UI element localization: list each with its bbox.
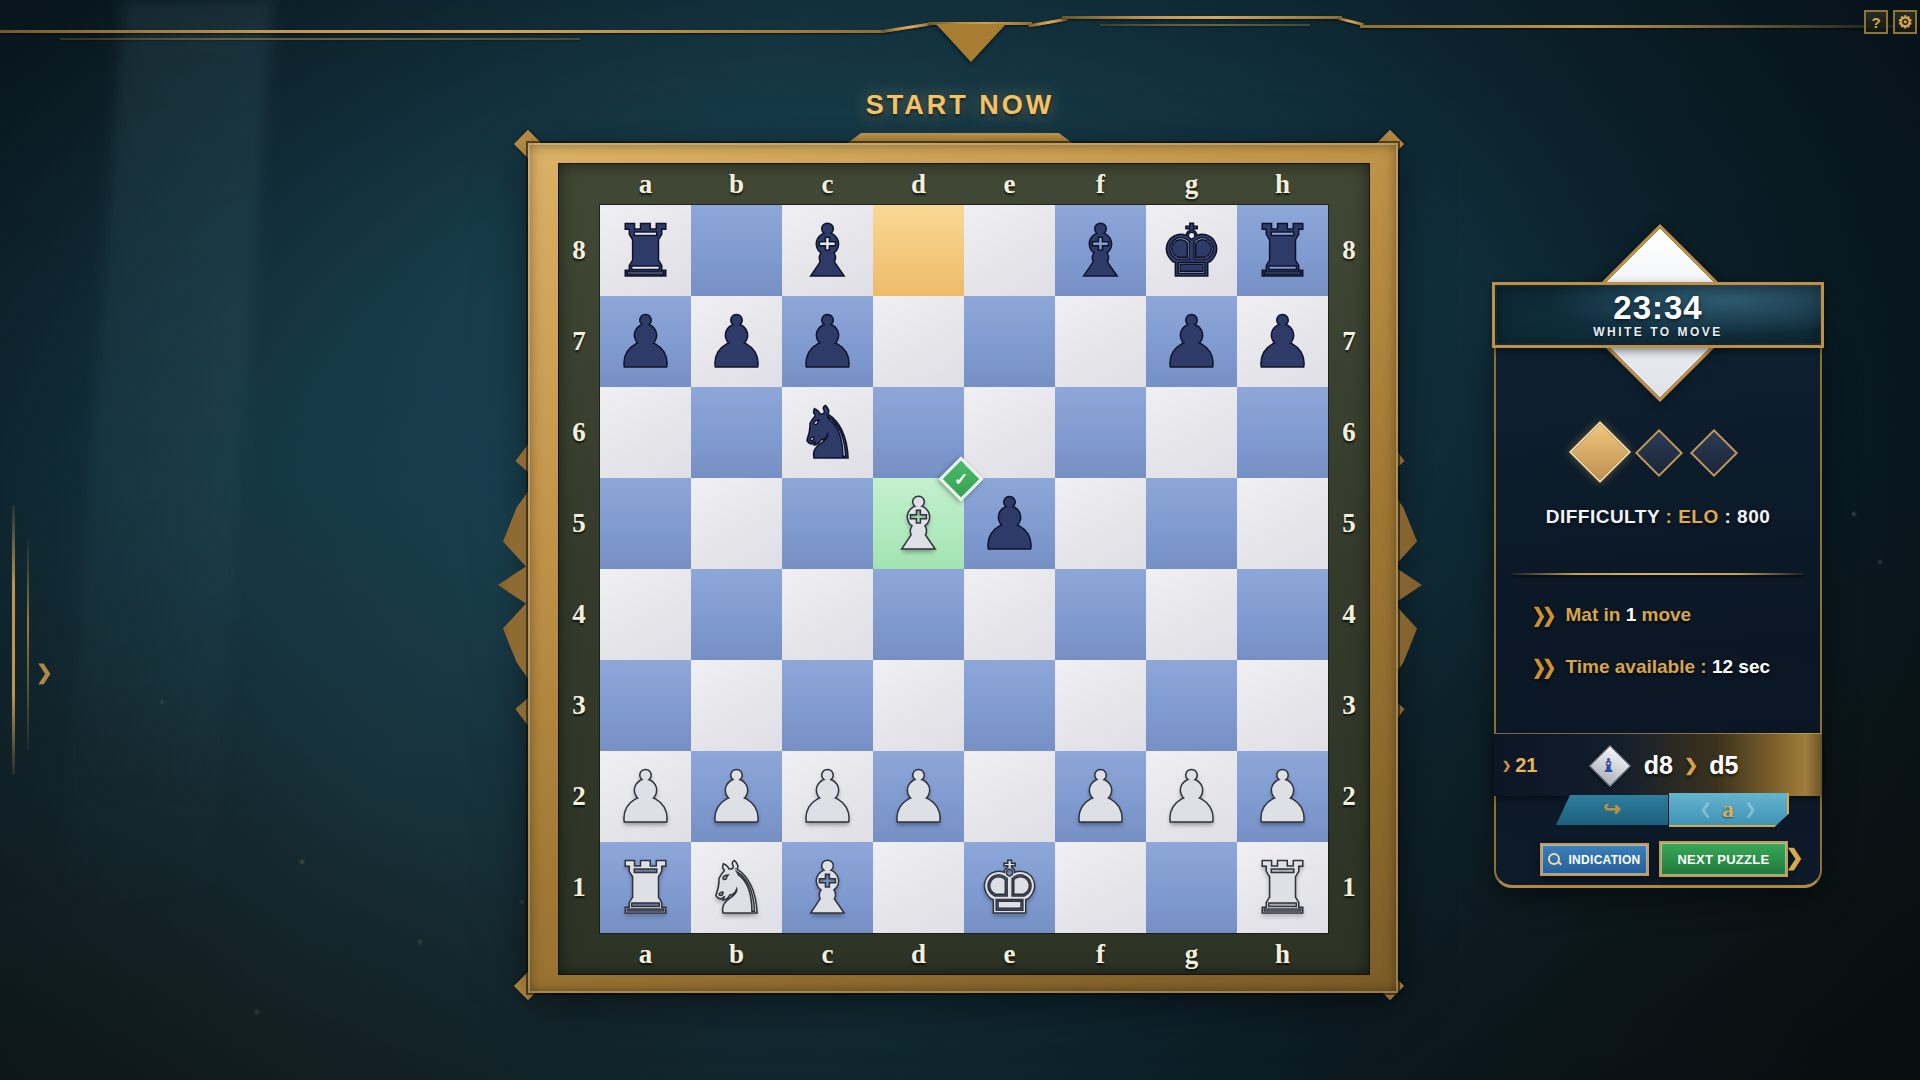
square-h3[interactable] bbox=[1237, 660, 1328, 751]
square-c8[interactable]: ♝ bbox=[782, 205, 873, 296]
square-h7[interactable]: ♟ bbox=[1237, 296, 1328, 387]
top-decor-line bbox=[1100, 24, 1310, 26]
turn-indicator: WHITE TO MOVE bbox=[1593, 325, 1723, 339]
square-d1[interactable] bbox=[873, 842, 964, 933]
black-pawn-a7[interactable]: ♟ bbox=[600, 296, 691, 387]
square-h5[interactable] bbox=[1237, 478, 1328, 569]
coord-label: a bbox=[600, 163, 691, 205]
left-decor-line bbox=[27, 540, 29, 750]
square-g4[interactable] bbox=[1146, 569, 1237, 660]
black-rook-h8[interactable]: ♜ bbox=[1237, 205, 1328, 296]
coord-label: 4 bbox=[558, 569, 600, 660]
black-pawn-g7[interactable]: ♟ bbox=[1146, 296, 1237, 387]
square-b4[interactable] bbox=[691, 569, 782, 660]
coord-label: d bbox=[873, 933, 964, 975]
square-e8[interactable] bbox=[964, 205, 1055, 296]
coord-label: c bbox=[782, 163, 873, 205]
top-decor-line bbox=[1028, 18, 1068, 28]
question-icon: ? bbox=[1871, 14, 1880, 31]
coord-label: h bbox=[1237, 163, 1328, 205]
left-decor-chevron: ❯ bbox=[36, 660, 53, 684]
elo-label: ELO bbox=[1678, 506, 1719, 527]
square-h2[interactable]: ♟ bbox=[1237, 751, 1328, 842]
puzzle-screen: ❯ START NOW ? ⚙ abcdefgh abcdefgh 876543… bbox=[0, 0, 1920, 1080]
square-b6[interactable] bbox=[691, 387, 782, 478]
next-puzzle-label: NEXT PUZZLE bbox=[1677, 852, 1769, 867]
square-f6[interactable] bbox=[1055, 387, 1146, 478]
black-bishop-c8[interactable]: ♝ bbox=[782, 205, 873, 296]
square-g5[interactable] bbox=[1146, 478, 1237, 569]
coord-label: b bbox=[691, 933, 782, 975]
coord-label: 6 bbox=[1328, 387, 1370, 478]
timer-bar: 23:34 WHITE TO MOVE bbox=[1492, 282, 1824, 348]
square-a8[interactable]: ♜ bbox=[600, 205, 691, 296]
elo-value: 800 bbox=[1737, 506, 1770, 527]
coord-label: f bbox=[1055, 163, 1146, 205]
coord-label: 8 bbox=[558, 205, 600, 296]
coord-label: 3 bbox=[558, 660, 600, 751]
square-e5[interactable]: ♟ bbox=[964, 478, 1055, 569]
top-decor-emblem bbox=[936, 24, 1006, 62]
square-c1[interactable]: ♝ bbox=[782, 842, 873, 933]
board-inner-frame: abcdefgh abcdefgh 87654321 87654321 ♜♝♝♚… bbox=[558, 163, 1370, 975]
white-rook-h1[interactable]: ♜ bbox=[1237, 842, 1328, 933]
square-a5[interactable] bbox=[600, 478, 691, 569]
coord-label: 7 bbox=[558, 296, 600, 387]
white-pawn-g2[interactable]: ♟ bbox=[1146, 751, 1237, 842]
white-pawn-d2[interactable]: ♟ bbox=[873, 751, 964, 842]
coord-label: 2 bbox=[1328, 751, 1370, 842]
file-labels-top: abcdefgh bbox=[600, 163, 1328, 205]
square-e7[interactable] bbox=[964, 296, 1055, 387]
square-d3[interactable] bbox=[873, 660, 964, 751]
coord-label: 2 bbox=[558, 751, 600, 842]
square-c6[interactable]: ♞ bbox=[782, 387, 873, 478]
coord-label: 5 bbox=[558, 478, 600, 569]
top-decor-line bbox=[1062, 16, 1342, 19]
black-knight-c6[interactable]: ♞ bbox=[782, 387, 873, 478]
coord-label: g bbox=[1146, 163, 1237, 205]
last-move: ♝ d8 ❯ d5 bbox=[1500, 746, 1828, 784]
move-to: d5 bbox=[1709, 751, 1738, 780]
chevron-right-icon: ❯ bbox=[1785, 845, 1804, 871]
square-a6[interactable] bbox=[600, 387, 691, 478]
square-b5[interactable] bbox=[691, 478, 782, 569]
rank-labels-right: 87654321 bbox=[1328, 205, 1370, 933]
square-c5[interactable] bbox=[782, 478, 873, 569]
coord-label: f bbox=[1055, 933, 1146, 975]
double-chevron-icon: ❯❯ bbox=[1532, 603, 1553, 627]
coord-label: c bbox=[782, 933, 873, 975]
coord-label: 3 bbox=[1328, 660, 1370, 751]
top-decor-line bbox=[0, 30, 885, 33]
coord-label: 4 bbox=[1328, 569, 1370, 660]
file-labels-bottom: abcdefgh bbox=[600, 933, 1328, 975]
square-a1[interactable]: ♜ bbox=[600, 842, 691, 933]
coord-label: h bbox=[1237, 933, 1328, 975]
white-pawn-b2[interactable]: ♟ bbox=[691, 751, 782, 842]
black-pawn-h7[interactable]: ♟ bbox=[1237, 296, 1328, 387]
square-a7[interactable]: ♟ bbox=[600, 296, 691, 387]
square-a4[interactable] bbox=[600, 569, 691, 660]
time-available-text: Time available : 12 sec bbox=[1566, 656, 1771, 678]
light-beam bbox=[48, 0, 274, 1080]
square-d4[interactable] bbox=[873, 569, 964, 660]
coord-label: b bbox=[691, 163, 782, 205]
piece-badge-icon: ♝ bbox=[1590, 746, 1628, 784]
board-squares: ♜♝♝♚♜♟♟♟♟♟♞♝✓♟♟♟♟♟♟♟♟♜♞♝♚♜ bbox=[600, 205, 1328, 933]
square-c7[interactable]: ♟ bbox=[782, 296, 873, 387]
square-f3[interactable] bbox=[1055, 660, 1146, 751]
coord-label: 5 bbox=[1328, 478, 1370, 569]
square-e6[interactable] bbox=[964, 387, 1055, 478]
square-f5[interactable] bbox=[1055, 478, 1146, 569]
rank-labels-left: 87654321 bbox=[558, 205, 600, 933]
square-d7[interactable] bbox=[873, 296, 964, 387]
square-c3[interactable] bbox=[782, 660, 873, 751]
move-history-bar: ❯ 21 ♝ d8 ❯ d5 bbox=[1494, 733, 1822, 796]
tab-redo[interactable]: ↪ bbox=[1556, 795, 1668, 825]
dust-particles bbox=[0, 0, 4, 4]
coord-label: 8 bbox=[1328, 205, 1370, 296]
square-g6[interactable] bbox=[1146, 387, 1237, 478]
tab-notation[interactable]: ❮ a ❯ bbox=[1669, 793, 1789, 827]
black-pawn-c7[interactable]: ♟ bbox=[782, 296, 873, 387]
next-puzzle-button[interactable]: NEXT PUZZLE ❯ bbox=[1659, 841, 1788, 877]
left-decor-line bbox=[12, 505, 15, 775]
white-pawn-c2[interactable]: ♟ bbox=[782, 751, 873, 842]
white-knight-b1[interactable]: ♞ bbox=[691, 842, 782, 933]
watermark-chevron: ❮ bbox=[1699, 800, 1712, 818]
time-available-row: ❯❯ Time available : 12 sec bbox=[1532, 656, 1770, 678]
settings-button[interactable]: ⚙ bbox=[1893, 10, 1917, 34]
coord-label: 7 bbox=[1328, 296, 1370, 387]
top-decor-line bbox=[882, 22, 934, 33]
watermark-chevron: ❯ bbox=[1744, 800, 1757, 818]
difficulty-text: DIFFICULTY : ELO : 800 bbox=[1494, 506, 1822, 528]
magnifier-icon bbox=[1548, 853, 1561, 866]
coord-label: e bbox=[964, 933, 1055, 975]
panel-divider bbox=[1512, 573, 1804, 575]
white-rook-a1[interactable]: ♜ bbox=[600, 842, 691, 933]
square-f2[interactable]: ♟ bbox=[1055, 751, 1146, 842]
square-b1[interactable]: ♞ bbox=[691, 842, 782, 933]
square-a2[interactable]: ♟ bbox=[600, 751, 691, 842]
square-e4[interactable] bbox=[964, 569, 1055, 660]
square-h8[interactable]: ♜ bbox=[1237, 205, 1328, 296]
square-b7[interactable]: ♟ bbox=[691, 296, 782, 387]
square-h4[interactable] bbox=[1237, 569, 1328, 660]
coord-label: a bbox=[600, 933, 691, 975]
square-e1[interactable]: ♚ bbox=[964, 842, 1055, 933]
gear-icon: ⚙ bbox=[1897, 12, 1912, 33]
square-g2[interactable]: ♟ bbox=[1146, 751, 1237, 842]
square-b3[interactable] bbox=[691, 660, 782, 751]
square-g1[interactable] bbox=[1146, 842, 1237, 933]
indication-label: INDICATION bbox=[1568, 853, 1640, 867]
white-bishop-c1[interactable]: ♝ bbox=[782, 842, 873, 933]
difficulty-separator: : bbox=[1725, 506, 1732, 527]
coord-label: e bbox=[964, 163, 1055, 205]
square-f4[interactable] bbox=[1055, 569, 1146, 660]
square-d2[interactable]: ♟ bbox=[873, 751, 964, 842]
coord-label: g bbox=[1146, 933, 1237, 975]
square-b8[interactable] bbox=[691, 205, 782, 296]
square-e2[interactable] bbox=[964, 751, 1055, 842]
difficulty-label: DIFFICULTY bbox=[1546, 506, 1660, 527]
top-decor-line bbox=[1360, 25, 1920, 28]
square-a3[interactable] bbox=[600, 660, 691, 751]
white-king-e1[interactable]: ♚ bbox=[964, 842, 1055, 933]
double-chevron-icon: ❯❯ bbox=[1532, 655, 1553, 679]
page-title: START NOW bbox=[760, 90, 1160, 121]
square-f8[interactable]: ♝ bbox=[1055, 205, 1146, 296]
square-h1[interactable]: ♜ bbox=[1237, 842, 1328, 933]
coord-label: 1 bbox=[558, 842, 600, 933]
white-pawn-h2[interactable]: ♟ bbox=[1237, 751, 1328, 842]
square-d6[interactable] bbox=[873, 387, 964, 478]
square-g8[interactable]: ♚ bbox=[1146, 205, 1237, 296]
white-pawn-f2[interactable]: ♟ bbox=[1055, 751, 1146, 842]
black-pawn-e5[interactable]: ♟ bbox=[964, 478, 1055, 569]
square-f1[interactable] bbox=[1055, 842, 1146, 933]
difficulty-separator: : bbox=[1666, 506, 1673, 527]
black-bishop-f8[interactable]: ♝ bbox=[1055, 205, 1146, 296]
move-from: d8 bbox=[1644, 751, 1673, 780]
redo-arrow-icon: ↪ bbox=[1603, 797, 1621, 821]
square-c2[interactable]: ♟ bbox=[782, 751, 873, 842]
square-d5[interactable]: ♝✓ bbox=[873, 478, 964, 569]
black-rook-a8[interactable]: ♜ bbox=[600, 205, 691, 296]
coord-label: 6 bbox=[558, 387, 600, 478]
square-f7[interactable] bbox=[1055, 296, 1146, 387]
black-king-g8[interactable]: ♚ bbox=[1146, 205, 1237, 296]
indication-button[interactable]: INDICATION bbox=[1540, 843, 1649, 876]
black-pawn-b7[interactable]: ♟ bbox=[691, 296, 782, 387]
square-c4[interactable] bbox=[782, 569, 873, 660]
square-g3[interactable] bbox=[1146, 660, 1237, 751]
white-pawn-a2[interactable]: ♟ bbox=[600, 751, 691, 842]
square-d8[interactable] bbox=[873, 205, 964, 296]
objective-text: Mat in 1 move bbox=[1566, 604, 1692, 626]
square-b2[interactable]: ♟ bbox=[691, 751, 782, 842]
objective-row: ❯❯ Mat in 1 move bbox=[1532, 604, 1691, 626]
coord-label: d bbox=[873, 163, 964, 205]
coord-label: 1 bbox=[1328, 842, 1370, 933]
square-g7[interactable]: ♟ bbox=[1146, 296, 1237, 387]
arrow-right-icon: ❯ bbox=[1684, 755, 1698, 776]
help-button[interactable]: ? bbox=[1864, 10, 1888, 34]
top-decor-line bbox=[60, 38, 580, 40]
tab-letter: a bbox=[1722, 796, 1734, 823]
timer-value: 23:34 bbox=[1613, 291, 1702, 326]
square-h6[interactable] bbox=[1237, 387, 1328, 478]
square-e3[interactable] bbox=[964, 660, 1055, 751]
